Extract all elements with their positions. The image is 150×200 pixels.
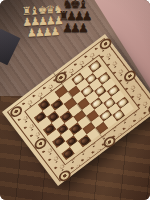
chess-pieces-row: ♟♟♟	[56, 22, 92, 34]
photo-scene: ♜♝♚♛♞♟♟♟♟♟♟♟♟♟ ♞♚♝♜♟♟♟♟♟♟	[0, 0, 150, 200]
ornament-medallion-icon	[146, 101, 150, 116]
ornament-medallion-icon	[8, 104, 24, 119]
captured-dark-chess-pieces: ♞♚♝♜♟♟♟♟♟♟	[56, 0, 92, 34]
